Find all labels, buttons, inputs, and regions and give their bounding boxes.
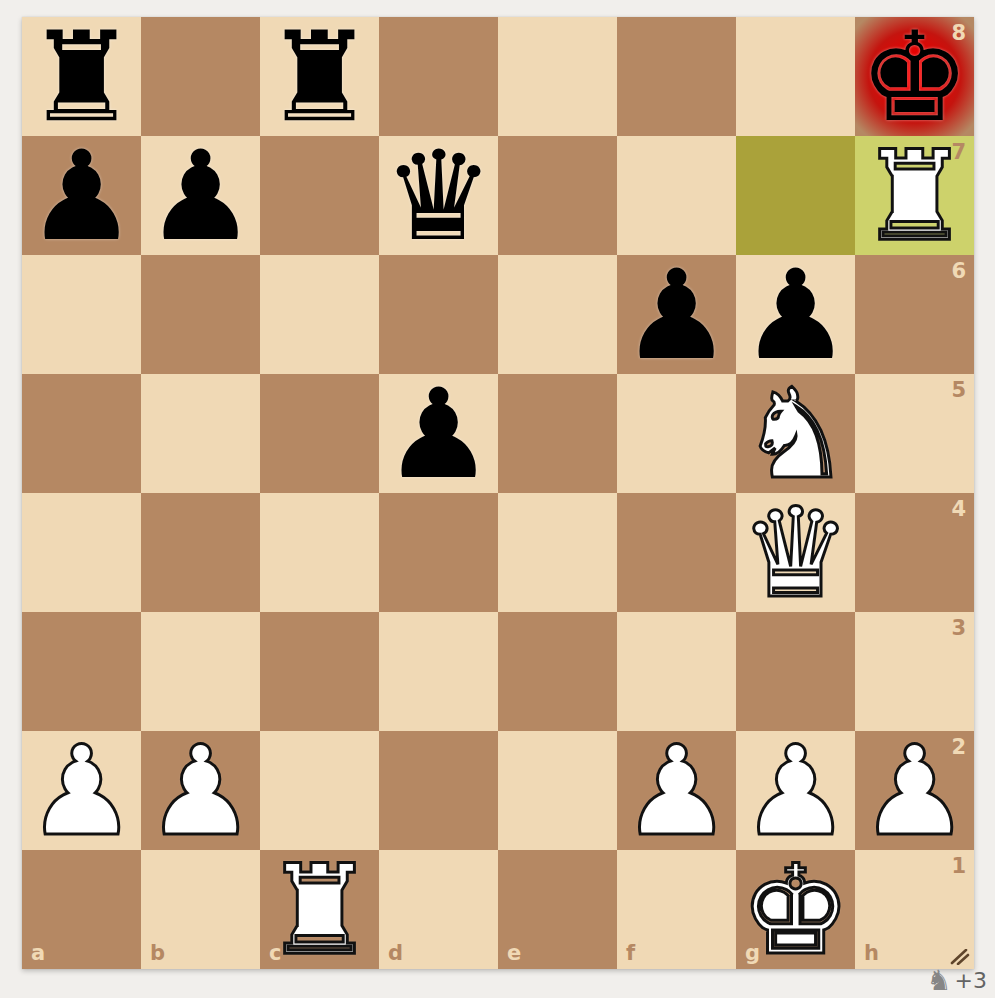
square-h3[interactable]: 3 xyxy=(855,612,974,731)
square-f5[interactable] xyxy=(617,374,736,493)
material-advantage-indicator: ♞ +3 xyxy=(926,966,987,996)
file-label-h: h xyxy=(864,943,879,964)
square-d1[interactable]: d xyxy=(379,850,498,969)
square-f6[interactable]: ♟ xyxy=(617,255,736,374)
square-h2[interactable]: 2♟ xyxy=(855,731,974,850)
black-pawn[interactable]: ♟ xyxy=(379,374,498,493)
file-label-f: f xyxy=(626,943,635,964)
square-b5[interactable] xyxy=(141,374,260,493)
white-pawn[interactable]: ♟ xyxy=(22,731,141,850)
square-e6[interactable] xyxy=(498,255,617,374)
black-pawn[interactable]: ♟ xyxy=(617,255,736,374)
white-pawn[interactable]: ♟ xyxy=(617,731,736,850)
rank-label-4: 4 xyxy=(951,499,966,520)
square-c8[interactable]: ♜ xyxy=(260,17,379,136)
square-g7[interactable] xyxy=(736,136,855,255)
square-g6[interactable]: ♟ xyxy=(736,255,855,374)
square-b4[interactable] xyxy=(141,493,260,612)
square-d8[interactable] xyxy=(379,17,498,136)
rank-label-7: 7 xyxy=(951,142,966,163)
square-e8[interactable] xyxy=(498,17,617,136)
rank-label-1: 1 xyxy=(951,856,966,877)
square-h7[interactable]: 7♜ xyxy=(855,136,974,255)
square-f2[interactable]: ♟ xyxy=(617,731,736,850)
square-c1[interactable]: c♜ xyxy=(260,850,379,969)
square-e7[interactable] xyxy=(498,136,617,255)
square-c5[interactable] xyxy=(260,374,379,493)
square-e2[interactable] xyxy=(498,731,617,850)
rank-label-6: 6 xyxy=(951,261,966,282)
square-e5[interactable] xyxy=(498,374,617,493)
square-g3[interactable] xyxy=(736,612,855,731)
square-c7[interactable] xyxy=(260,136,379,255)
square-h6[interactable]: 6 xyxy=(855,255,974,374)
square-d7[interactable]: ♛ xyxy=(379,136,498,255)
white-pawn[interactable]: ♟ xyxy=(141,731,260,850)
square-b8[interactable] xyxy=(141,17,260,136)
square-b6[interactable] xyxy=(141,255,260,374)
file-label-e: e xyxy=(507,943,521,964)
chess-board: ♜♜8♚♟♟♛7♜♟♟6♟♞5♛43♟♟♟♟2♟abc♜defg♚1h xyxy=(22,17,974,969)
black-pawn[interactable]: ♟ xyxy=(141,136,260,255)
file-label-d: d xyxy=(388,943,403,964)
square-a1[interactable]: a xyxy=(22,850,141,969)
square-d6[interactable] xyxy=(379,255,498,374)
square-a2[interactable]: ♟ xyxy=(22,731,141,850)
square-b7[interactable]: ♟ xyxy=(141,136,260,255)
square-g4[interactable]: ♛ xyxy=(736,493,855,612)
square-h8[interactable]: 8♚ xyxy=(855,17,974,136)
square-a3[interactable] xyxy=(22,612,141,731)
square-a5[interactable] xyxy=(22,374,141,493)
square-h1[interactable]: 1h xyxy=(855,850,974,969)
square-a8[interactable]: ♜ xyxy=(22,17,141,136)
white-pawn[interactable]: ♟ xyxy=(736,731,855,850)
square-d3[interactable] xyxy=(379,612,498,731)
square-b1[interactable]: b xyxy=(141,850,260,969)
square-d5[interactable]: ♟ xyxy=(379,374,498,493)
square-e1[interactable]: e xyxy=(498,850,617,969)
black-rook[interactable]: ♜ xyxy=(260,17,379,136)
square-c4[interactable] xyxy=(260,493,379,612)
resize-handle-icon[interactable] xyxy=(950,949,970,965)
square-h4[interactable]: 4 xyxy=(855,493,974,612)
square-g8[interactable] xyxy=(736,17,855,136)
black-queen[interactable]: ♛ xyxy=(379,136,498,255)
square-f7[interactable] xyxy=(617,136,736,255)
white-queen[interactable]: ♛ xyxy=(736,493,855,612)
square-c3[interactable] xyxy=(260,612,379,731)
file-label-b: b xyxy=(150,943,165,964)
square-c2[interactable] xyxy=(260,731,379,850)
square-g2[interactable]: ♟ xyxy=(736,731,855,850)
black-pawn[interactable]: ♟ xyxy=(736,255,855,374)
file-label-c: c xyxy=(269,943,281,964)
square-f4[interactable] xyxy=(617,493,736,612)
square-b3[interactable] xyxy=(141,612,260,731)
knight-icon: ♞ xyxy=(926,967,951,995)
square-f3[interactable] xyxy=(617,612,736,731)
rank-label-3: 3 xyxy=(951,618,966,639)
black-pawn[interactable]: ♟ xyxy=(22,136,141,255)
black-rook[interactable]: ♜ xyxy=(22,17,141,136)
rank-label-8: 8 xyxy=(951,23,966,44)
square-h5[interactable]: 5 xyxy=(855,374,974,493)
material-advantage-value: +3 xyxy=(955,970,987,992)
square-b2[interactable]: ♟ xyxy=(141,731,260,850)
square-e3[interactable] xyxy=(498,612,617,731)
white-knight[interactable]: ♞ xyxy=(736,374,855,493)
square-a4[interactable] xyxy=(22,493,141,612)
square-g1[interactable]: g♚ xyxy=(736,850,855,969)
square-e4[interactable] xyxy=(498,493,617,612)
rank-label-5: 5 xyxy=(951,380,966,401)
square-d2[interactable] xyxy=(379,731,498,850)
square-c6[interactable] xyxy=(260,255,379,374)
file-label-g: g xyxy=(745,943,760,964)
square-d4[interactable] xyxy=(379,493,498,612)
square-f1[interactable]: f xyxy=(617,850,736,969)
square-f8[interactable] xyxy=(617,17,736,136)
square-a7[interactable]: ♟ xyxy=(22,136,141,255)
file-label-a: a xyxy=(31,943,45,964)
rank-label-2: 2 xyxy=(951,737,966,758)
square-a6[interactable] xyxy=(22,255,141,374)
square-g5[interactable]: ♞ xyxy=(736,374,855,493)
